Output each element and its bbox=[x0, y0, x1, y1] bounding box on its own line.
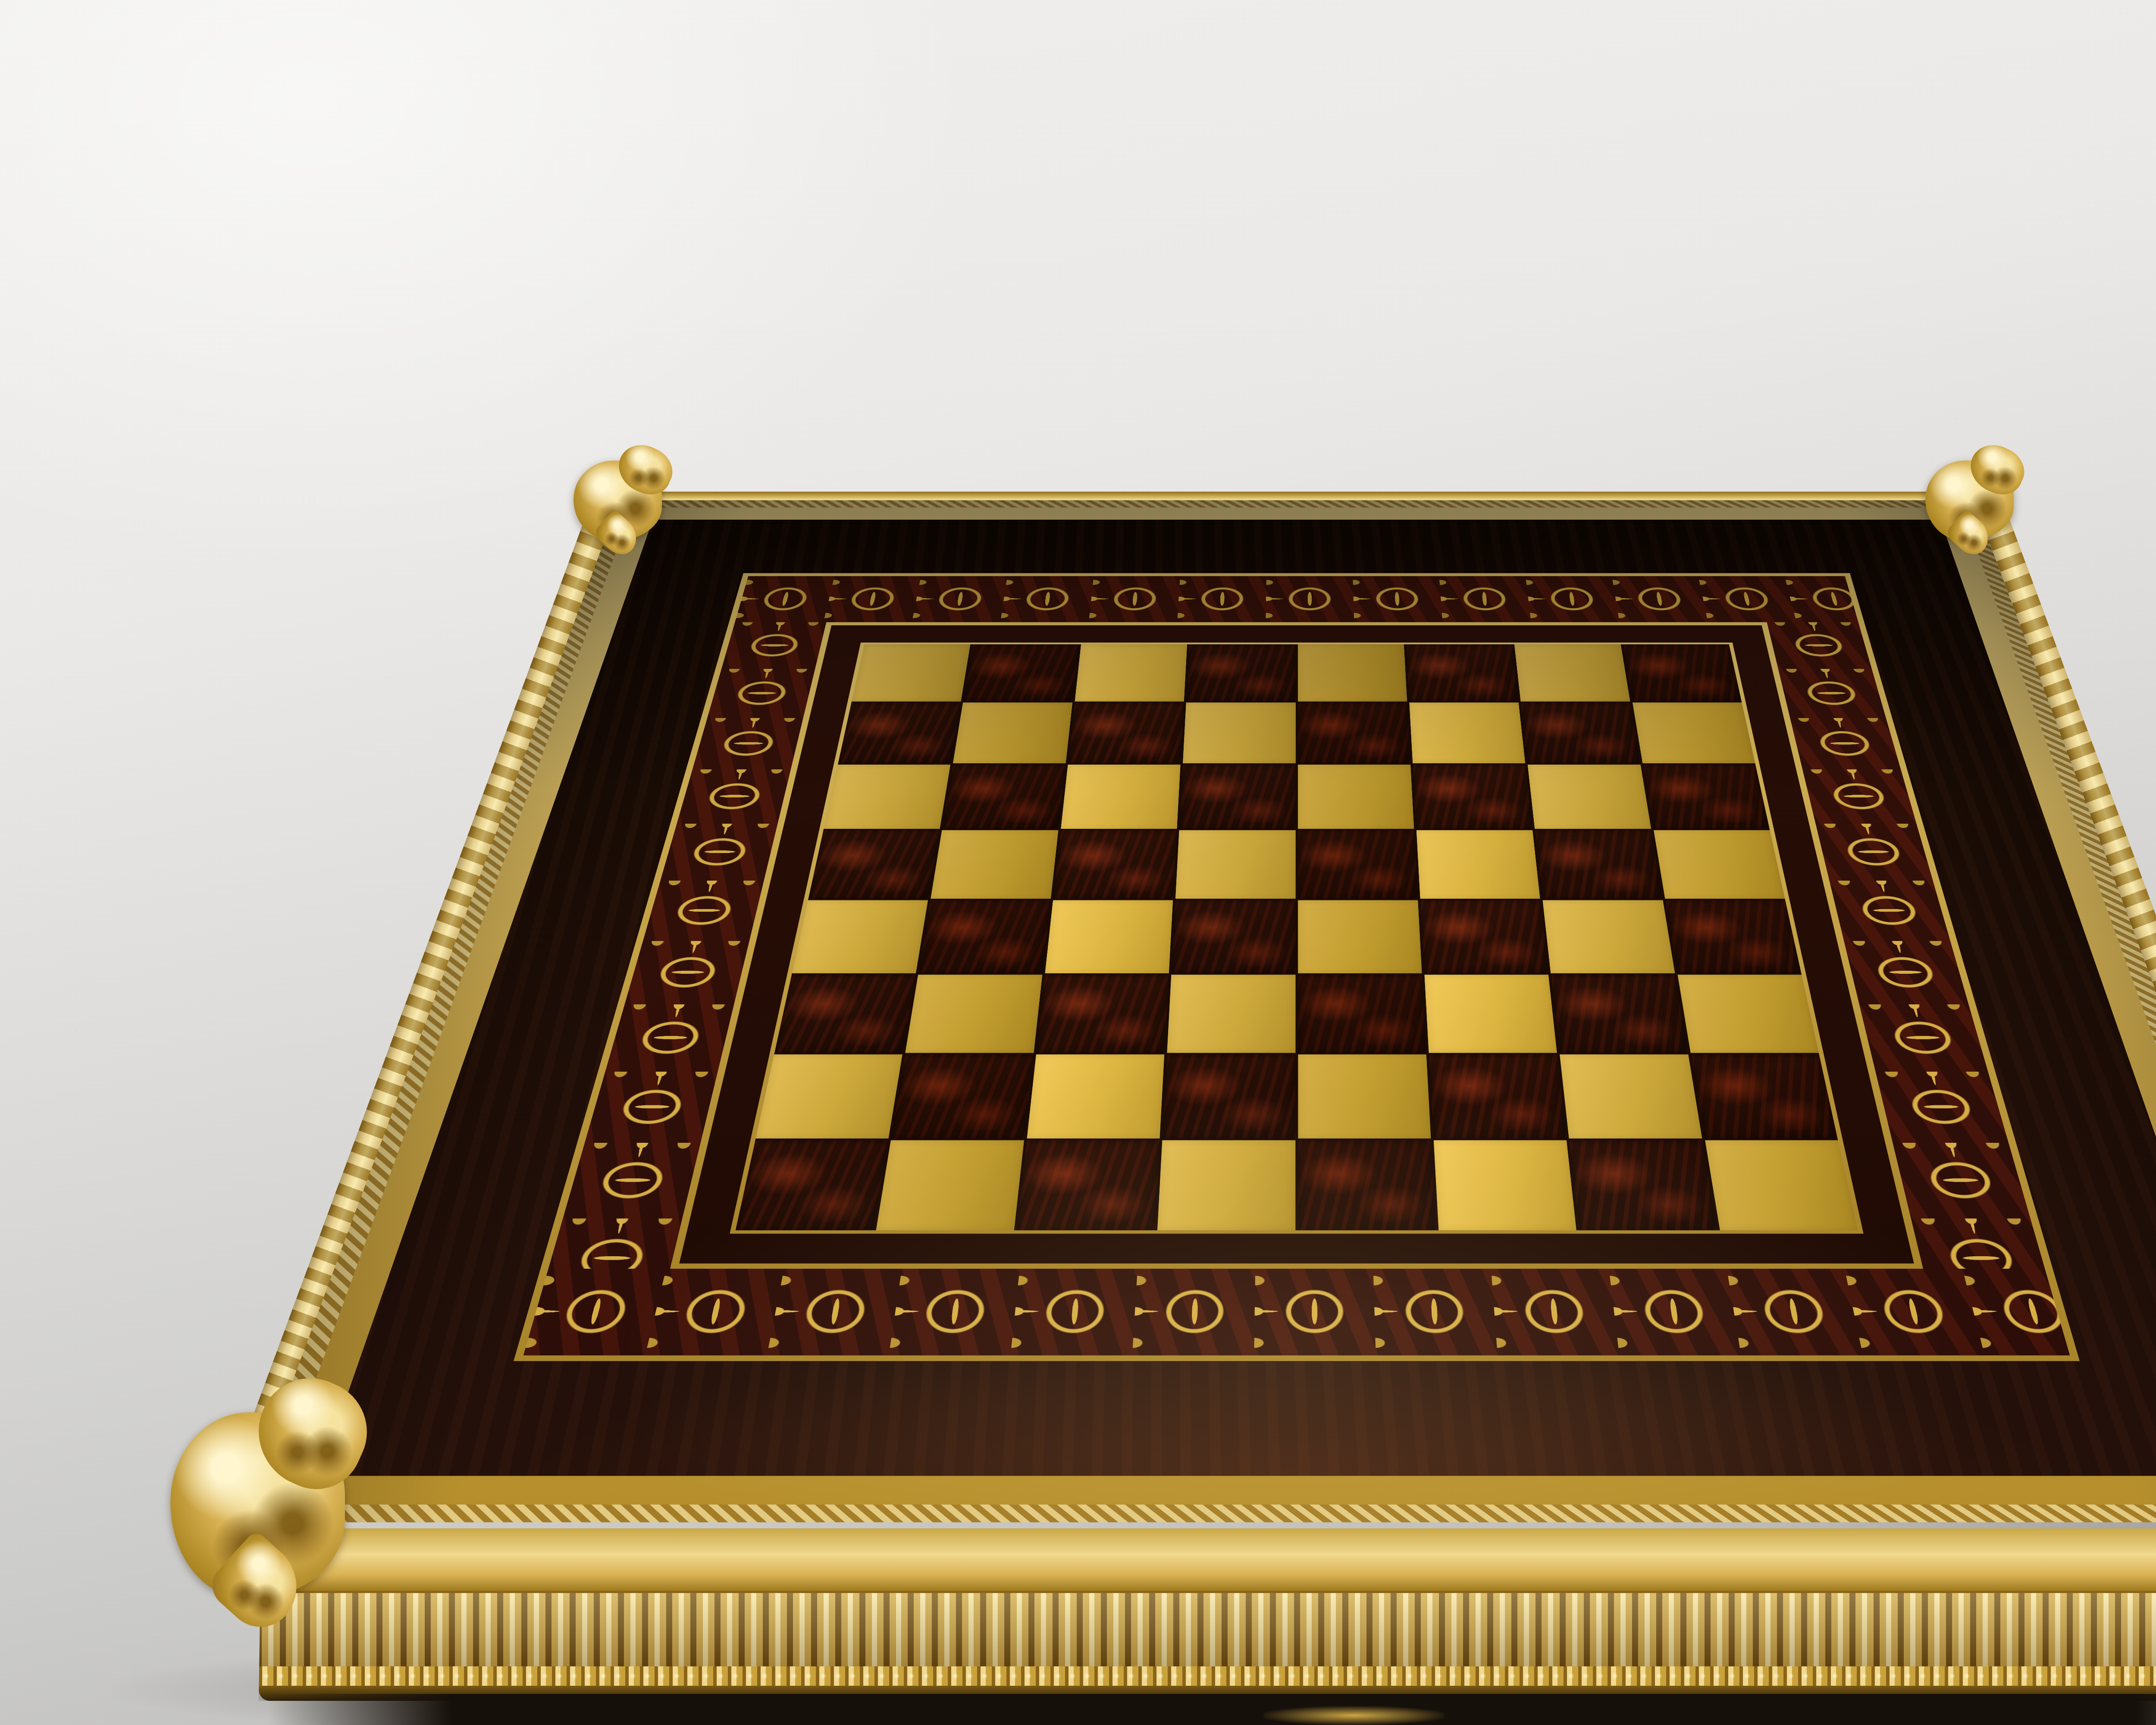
gilt-frieze bbox=[259, 1528, 2156, 1701]
square-h5 bbox=[1654, 830, 1785, 899]
square-e8 bbox=[1297, 644, 1407, 701]
square-e7 bbox=[1297, 703, 1410, 763]
corner-mount-bottom-left bbox=[170, 1412, 345, 1598]
corner-mount-top-left bbox=[573, 461, 662, 540]
frieze-bead-row bbox=[259, 1666, 2156, 1686]
square-b7 bbox=[953, 703, 1072, 763]
square-d8 bbox=[1186, 644, 1296, 701]
square-d2 bbox=[1163, 1054, 1295, 1138]
square-c4 bbox=[1045, 900, 1173, 973]
square-e6 bbox=[1298, 765, 1414, 829]
square-g8 bbox=[1514, 644, 1630, 701]
square-b6 bbox=[942, 765, 1065, 829]
square-c6 bbox=[1061, 765, 1181, 829]
arabesque-band-top bbox=[735, 576, 1858, 622]
square-a2 bbox=[756, 1054, 903, 1138]
square-b8 bbox=[963, 644, 1079, 701]
square-h7 bbox=[1633, 703, 1755, 763]
square-h8 bbox=[1623, 644, 1742, 701]
square-g6 bbox=[1528, 765, 1651, 829]
frieze-polished-band bbox=[259, 1528, 2156, 1591]
square-a4 bbox=[792, 900, 928, 973]
square-c7 bbox=[1068, 703, 1184, 763]
square-g7 bbox=[1521, 703, 1640, 763]
square-a7 bbox=[838, 703, 961, 763]
square-d6 bbox=[1179, 765, 1296, 829]
square-a6 bbox=[824, 765, 950, 829]
square-c1 bbox=[1017, 1140, 1159, 1230]
square-c2 bbox=[1027, 1054, 1164, 1138]
square-f4 bbox=[1420, 900, 1548, 973]
scene bbox=[0, 0, 2156, 1725]
square-d5 bbox=[1175, 830, 1295, 899]
square-d4 bbox=[1172, 900, 1296, 973]
square-c5 bbox=[1053, 830, 1177, 899]
apron-gilt-glint bbox=[1263, 1706, 1445, 1725]
square-h2 bbox=[1691, 1054, 1838, 1138]
square-f2 bbox=[1429, 1054, 1567, 1138]
square-h3 bbox=[1677, 975, 1819, 1053]
square-b3 bbox=[906, 975, 1043, 1053]
square-f7 bbox=[1409, 703, 1525, 763]
square-e4 bbox=[1298, 900, 1422, 973]
square-b5 bbox=[931, 830, 1058, 899]
square-a1 bbox=[736, 1140, 888, 1230]
square-e2 bbox=[1298, 1054, 1431, 1138]
square-e5 bbox=[1298, 830, 1418, 899]
square-b4 bbox=[918, 900, 1050, 973]
table-underside-shadow bbox=[267, 1694, 2156, 1725]
square-g3 bbox=[1551, 975, 1688, 1053]
square-f5 bbox=[1416, 830, 1540, 899]
square-b1 bbox=[876, 1140, 1024, 1230]
square-a3 bbox=[774, 975, 916, 1053]
square-d7 bbox=[1183, 703, 1295, 763]
square-h6 bbox=[1642, 765, 1769, 829]
square-f3 bbox=[1424, 975, 1557, 1053]
frieze-acanthus-leaves bbox=[259, 1591, 2156, 1669]
square-h4 bbox=[1665, 900, 1802, 973]
square-e1 bbox=[1298, 1140, 1436, 1230]
square-d1 bbox=[1157, 1140, 1295, 1230]
corner-mount-top-right bbox=[1925, 461, 2014, 540]
arabesque-band-bottom bbox=[523, 1269, 2070, 1355]
square-g1 bbox=[1569, 1140, 1717, 1230]
square-c3 bbox=[1036, 975, 1169, 1053]
square-g4 bbox=[1543, 900, 1675, 973]
square-c8 bbox=[1075, 644, 1187, 701]
square-g5 bbox=[1535, 830, 1663, 899]
square-f6 bbox=[1413, 765, 1532, 829]
square-h1 bbox=[1705, 1140, 1858, 1230]
square-f8 bbox=[1406, 644, 1519, 701]
square-b2 bbox=[891, 1054, 1034, 1138]
square-g2 bbox=[1560, 1054, 1702, 1138]
chessboard bbox=[736, 644, 1858, 1230]
square-e3 bbox=[1298, 975, 1426, 1053]
square-a5 bbox=[808, 830, 940, 899]
square-f1 bbox=[1434, 1140, 1576, 1230]
square-a8 bbox=[852, 644, 971, 701]
square-d3 bbox=[1167, 975, 1295, 1053]
